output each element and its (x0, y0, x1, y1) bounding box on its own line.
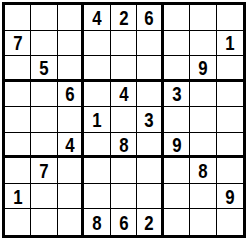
sudoku-cell-r2c1[interactable]: 7 (5, 31, 31, 57)
sudoku-cell-r9c2[interactable] (31, 209, 57, 235)
sudoku-cell-r3c4[interactable] (84, 56, 110, 82)
sudoku-cell-r6c1[interactable] (5, 133, 31, 159)
sudoku-cell-r3c1[interactable] (5, 56, 31, 82)
sudoku-cell-r1c7[interactable] (164, 5, 190, 31)
sudoku-cell-r7c3[interactable] (58, 158, 84, 184)
sudoku-cell-r4c1[interactable] (5, 82, 31, 108)
sudoku-cell-r2c5[interactable] (111, 31, 137, 57)
sudoku-cell-r7c2[interactable]: 7 (31, 158, 57, 184)
sudoku-cell-r9c5[interactable]: 6 (111, 209, 137, 235)
sudoku-cell-r2c9[interactable]: 1 (217, 31, 243, 57)
sudoku-cell-r7c8[interactable]: 8 (190, 158, 216, 184)
sudoku-cell-r3c3[interactable] (58, 56, 84, 82)
cell-digit: 1 (225, 32, 234, 53)
sudoku-cell-r6c9[interactable] (217, 133, 243, 159)
sudoku-cell-r8c8[interactable] (190, 184, 216, 210)
sudoku-cell-r8c4[interactable] (84, 184, 110, 210)
cell-digit: 3 (172, 83, 181, 104)
cell-digit: 8 (92, 212, 101, 233)
cell-digit: 9 (172, 134, 181, 155)
sudoku-cell-r7c6[interactable] (137, 158, 163, 184)
cell-digit: 7 (13, 32, 22, 53)
sudoku-cell-r8c1[interactable]: 1 (5, 184, 31, 210)
cell-digit: 8 (198, 160, 207, 181)
sudoku-cell-r6c7[interactable]: 9 (164, 133, 190, 159)
sudoku-cell-r6c6[interactable] (137, 133, 163, 159)
sudoku-cell-r5c1[interactable] (5, 107, 31, 133)
sudoku-cell-r4c3[interactable]: 6 (58, 82, 84, 108)
sudoku-cell-r3c7[interactable] (164, 56, 190, 82)
sudoku-cell-r9c1[interactable] (5, 209, 31, 235)
cell-digit: 6 (65, 83, 74, 104)
sudoku-cell-r2c6[interactable] (137, 31, 163, 57)
cell-digit: 9 (225, 186, 234, 207)
sudoku-cell-r6c8[interactable] (190, 133, 216, 159)
sudoku-cell-r2c3[interactable] (58, 31, 84, 57)
sudoku-cell-r1c2[interactable] (31, 5, 57, 31)
sudoku-cell-r5c8[interactable] (190, 107, 216, 133)
cell-digit: 6 (119, 212, 128, 233)
sudoku-cell-r1c8[interactable] (190, 5, 216, 31)
sudoku-cell-r5c9[interactable] (217, 107, 243, 133)
sudoku-cell-r1c5[interactable]: 2 (111, 5, 137, 31)
sudoku-cell-r1c1[interactable] (5, 5, 31, 31)
sudoku-cell-r8c2[interactable] (31, 184, 57, 210)
sudoku-cell-r3c6[interactable] (137, 56, 163, 82)
sudoku-cell-r9c9[interactable] (217, 209, 243, 235)
sudoku-cell-r2c4[interactable] (84, 31, 110, 57)
sudoku-cell-r4c4[interactable] (84, 82, 110, 108)
cell-digit: 1 (92, 109, 101, 130)
sudoku-cell-r5c5[interactable] (111, 107, 137, 133)
sudoku-cell-r5c2[interactable] (31, 107, 57, 133)
cell-digit: 4 (92, 7, 101, 28)
sudoku-cell-r2c8[interactable] (190, 31, 216, 57)
cell-digit: 6 (144, 7, 153, 28)
sudoku-cell-r9c7[interactable] (164, 209, 190, 235)
sudoku-cell-r2c2[interactable] (31, 31, 57, 57)
sudoku-cell-r9c8[interactable] (190, 209, 216, 235)
sudoku-cell-r7c9[interactable] (217, 158, 243, 184)
cell-digit: 7 (39, 160, 48, 181)
cell-digit: 2 (144, 212, 153, 233)
sudoku-cell-r9c3[interactable] (58, 209, 84, 235)
sudoku-cell-r4c5[interactable]: 4 (111, 82, 137, 108)
sudoku-cell-r2c7[interactable] (164, 31, 190, 57)
cell-digit: 2 (119, 7, 128, 28)
sudoku-cell-r6c2[interactable] (31, 133, 57, 159)
sudoku-cell-r7c1[interactable] (5, 158, 31, 184)
sudoku-cell-r7c7[interactable] (164, 158, 190, 184)
sudoku-cell-r4c6[interactable] (137, 82, 163, 108)
sudoku-cell-r4c2[interactable] (31, 82, 57, 108)
cell-digit: 4 (119, 83, 128, 104)
sudoku-cell-r6c4[interactable] (84, 133, 110, 159)
sudoku-cell-r8c7[interactable] (164, 184, 190, 210)
sudoku-cell-r7c4[interactable] (84, 158, 110, 184)
sudoku-cell-r8c9[interactable]: 9 (217, 184, 243, 210)
sudoku-cell-r6c3[interactable]: 4 (58, 133, 84, 159)
sudoku-cell-r7c5[interactable] (111, 158, 137, 184)
cell-digit: 8 (119, 134, 128, 155)
sudoku-cell-r1c6[interactable]: 6 (137, 5, 163, 31)
sudoku-cell-r3c2[interactable]: 5 (31, 56, 57, 82)
sudoku-cell-r5c3[interactable] (58, 107, 84, 133)
sudoku-cell-r5c6[interactable]: 3 (137, 107, 163, 133)
cell-digit: 9 (198, 57, 207, 78)
sudoku-cell-r1c3[interactable] (58, 5, 84, 31)
sudoku-cell-r9c4[interactable]: 8 (84, 209, 110, 235)
sudoku-cell-r8c3[interactable] (58, 184, 84, 210)
sudoku-cell-r6c5[interactable]: 8 (111, 133, 137, 159)
sudoku-cell-r4c8[interactable] (190, 82, 216, 108)
sudoku-cell-r3c5[interactable] (111, 56, 137, 82)
cell-digit: 4 (65, 134, 74, 155)
sudoku-cell-r4c9[interactable] (217, 82, 243, 108)
sudoku-cell-r4c7[interactable]: 3 (164, 82, 190, 108)
sudoku-cell-r5c4[interactable]: 1 (84, 107, 110, 133)
sudoku-board: 4267159643134897819862 (2, 2, 246, 238)
sudoku-cell-r1c9[interactable] (217, 5, 243, 31)
sudoku-cell-r9c6[interactable]: 2 (137, 209, 163, 235)
sudoku-cell-r3c9[interactable] (217, 56, 243, 82)
sudoku-cell-r5c7[interactable] (164, 107, 190, 133)
sudoku-cell-r3c8[interactable]: 9 (190, 56, 216, 82)
sudoku-cell-r8c5[interactable] (111, 184, 137, 210)
sudoku-cell-r1c4[interactable]: 4 (84, 5, 110, 31)
sudoku-cell-r8c6[interactable] (137, 184, 163, 210)
cell-digit: 5 (39, 57, 48, 78)
cell-digit: 1 (13, 186, 22, 207)
cell-digit: 3 (144, 109, 153, 130)
